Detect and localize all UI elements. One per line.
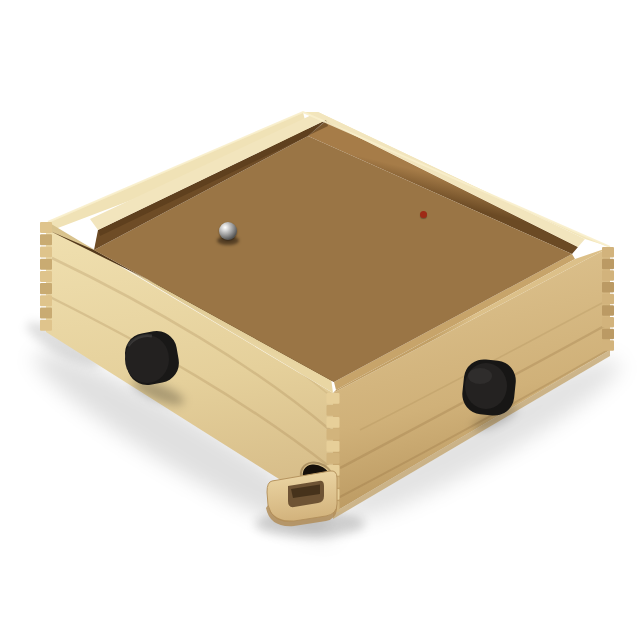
finger-joints-right — [602, 247, 614, 351]
finger-joints-left — [40, 222, 52, 331]
start-marker-dot — [420, 211, 427, 218]
tilt-knob-right — [460, 357, 517, 417]
steel-ball — [219, 222, 237, 240]
labyrinth-box — [0, 0, 640, 640]
product-photo: 1234567891011121314151617181920212223242… — [0, 0, 640, 640]
